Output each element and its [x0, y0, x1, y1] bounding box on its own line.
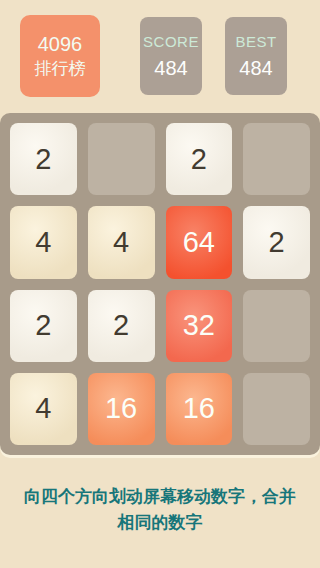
- tile-2: 2: [88, 290, 155, 362]
- tile-2: 2: [243, 206, 310, 278]
- tile-4: 4: [10, 373, 77, 445]
- tile-2: 2: [10, 290, 77, 362]
- app-title: 4096: [38, 31, 83, 58]
- empty-cell: [243, 123, 310, 195]
- empty-cell: [243, 373, 310, 445]
- leaderboard-button[interactable]: 4096 排行榜: [20, 15, 100, 97]
- instruction-text: 向四个方向划动屏幕移动数字，合并 相同的数字: [8, 484, 312, 536]
- tile-32: 32: [166, 290, 233, 362]
- best-value: 484: [239, 57, 272, 80]
- tile-4: 4: [10, 206, 77, 278]
- tile-16: 16: [166, 373, 233, 445]
- best-label: BEST: [235, 33, 276, 50]
- tile-2: 2: [166, 123, 233, 195]
- score-label: SCORE: [143, 33, 199, 50]
- empty-cell: [243, 290, 310, 362]
- instruction-line-1: 向四个方向划动屏幕移动数字，合并: [8, 484, 312, 510]
- tile-2: 2: [10, 123, 77, 195]
- instruction-line-2: 相同的数字: [8, 510, 312, 536]
- leaderboard-label: 排行榜: [35, 58, 86, 81]
- score-box: SCORE 484: [140, 17, 202, 95]
- board-grid[interactable]: 2244642223241616: [0, 113, 320, 455]
- score-value: 484: [154, 57, 187, 80]
- tile-4: 4: [88, 206, 155, 278]
- best-box: BEST 484: [225, 17, 287, 95]
- tile-16: 16: [88, 373, 155, 445]
- empty-cell: [88, 123, 155, 195]
- tile-64: 64: [166, 206, 233, 278]
